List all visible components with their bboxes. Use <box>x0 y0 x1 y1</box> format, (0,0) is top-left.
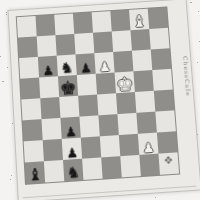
square-g4[interactable] <box>135 91 155 113</box>
square-b5[interactable] <box>39 76 59 98</box>
chesscafe-watermark: ChessCafe <box>182 56 192 97</box>
square-f4[interactable] <box>116 92 136 114</box>
square-g5[interactable] <box>133 70 153 92</box>
square-a1[interactable]: ♝ <box>25 161 45 184</box>
square-d8[interactable] <box>73 12 93 34</box>
square-b8[interactable] <box>36 15 56 37</box>
square-d7[interactable] <box>74 33 94 55</box>
square-h8[interactable] <box>148 7 168 29</box>
square-a2[interactable] <box>24 140 44 162</box>
square-a5[interactable] <box>20 78 40 100</box>
piece-black-bishop-a1[interactable]: ♝ <box>25 166 45 183</box>
square-c1[interactable]: ♞ <box>63 159 83 182</box>
square-g8[interactable]: ♝ <box>129 9 149 31</box>
square-c2[interactable]: ♟ <box>62 138 82 160</box>
square-f2[interactable] <box>119 134 140 156</box>
square-b4[interactable] <box>40 97 60 119</box>
square-h2[interactable] <box>157 131 178 153</box>
square-e8[interactable] <box>92 11 112 33</box>
square-f7[interactable] <box>112 30 132 52</box>
square-b7[interactable] <box>37 35 57 57</box>
piece-black-pawn-c3[interactable]: ♟ <box>61 125 81 139</box>
square-f8[interactable] <box>110 10 130 32</box>
square-a7[interactable] <box>18 36 38 58</box>
square-g1[interactable] <box>139 154 160 176</box>
square-a3[interactable] <box>22 119 42 141</box>
square-f1[interactable] <box>120 155 141 177</box>
square-h7[interactable] <box>149 28 169 50</box>
chess-mat: ♝♟♞♟♟♚♚♟♟♟♝♞❖ ChessCafe <box>7 0 200 200</box>
square-d3[interactable] <box>79 115 99 137</box>
square-c6[interactable]: ♞ <box>57 54 77 76</box>
square-h5[interactable] <box>152 69 172 91</box>
square-a8[interactable] <box>17 16 37 38</box>
chess-board[interactable]: ♝♟♞♟♟♚♚♟♟♟♝♞❖ <box>16 6 180 184</box>
square-h3[interactable] <box>155 110 176 132</box>
square-b6[interactable]: ♟ <box>38 56 58 78</box>
square-f6[interactable] <box>113 51 133 73</box>
piece-white-bishop-g8[interactable]: ♝ <box>129 13 149 30</box>
square-d5[interactable] <box>77 74 97 96</box>
square-c4[interactable] <box>59 96 79 118</box>
square-c8[interactable] <box>54 14 74 36</box>
square-c3[interactable]: ♟ <box>60 117 80 139</box>
square-g3[interactable] <box>136 112 157 134</box>
mat-bottom-edge <box>23 186 197 199</box>
square-b3[interactable] <box>41 118 61 140</box>
square-h1[interactable]: ❖ <box>158 152 179 174</box>
square-a6[interactable] <box>19 57 39 79</box>
square-h4[interactable] <box>154 90 174 112</box>
square-c7[interactable] <box>55 34 75 56</box>
square-h6[interactable] <box>151 48 171 70</box>
square-d4[interactable] <box>78 95 98 117</box>
piece-black-knight-c6[interactable]: ♞ <box>57 60 77 76</box>
square-f5[interactable]: ♚ <box>115 71 135 93</box>
square-e2[interactable] <box>100 135 120 157</box>
chesscafe-logo-icon: ❖ <box>159 154 179 166</box>
square-e3[interactable] <box>98 114 118 136</box>
square-b2[interactable] <box>43 139 63 161</box>
square-d6[interactable]: ♟ <box>76 53 96 75</box>
square-a4[interactable] <box>21 98 41 120</box>
square-g6[interactable] <box>132 49 152 71</box>
square-e1[interactable] <box>101 156 122 178</box>
square-d1[interactable] <box>82 157 102 180</box>
square-g2[interactable]: ♟ <box>138 133 159 155</box>
square-e6[interactable]: ♟ <box>94 52 114 74</box>
square-d2[interactable] <box>81 136 101 158</box>
square-f3[interactable] <box>117 113 137 135</box>
square-b1[interactable] <box>44 160 64 183</box>
square-e7[interactable] <box>93 31 113 53</box>
piece-white-pawn-g2[interactable]: ♟ <box>138 141 158 155</box>
piece-black-knight-c1[interactable]: ♞ <box>63 165 83 181</box>
square-c5[interactable]: ♚ <box>58 75 78 97</box>
square-g7[interactable] <box>130 29 150 51</box>
square-e4[interactable] <box>97 93 117 115</box>
piece-black-pawn-c2[interactable]: ♟ <box>62 146 82 160</box>
square-e5[interactable] <box>96 73 116 95</box>
